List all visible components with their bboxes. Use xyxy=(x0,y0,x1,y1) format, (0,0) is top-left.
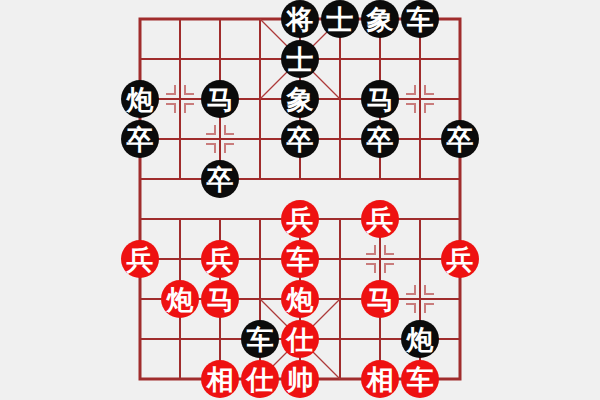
pieces-layer: 将士象车士炮马象马卒卒卒卒卒车炮兵兵兵兵车兵炮马炮马仕相仕帅相车 xyxy=(120,0,480,399)
piece-red-cannon[interactable]: 炮 xyxy=(161,280,199,318)
piece-black-elephant[interactable]: 象 xyxy=(361,0,399,38)
piece-black-chariot[interactable]: 车 xyxy=(241,320,279,358)
piece-red-general[interactable]: 帅 xyxy=(281,360,319,398)
piece-black-horse[interactable]: 马 xyxy=(201,80,239,118)
piece-red-chariot[interactable]: 车 xyxy=(401,360,439,398)
xiangqi-board: 将士象车士炮马象马卒卒卒卒卒车炮兵兵兵兵车兵炮马炮马仕相仕帅相车 xyxy=(0,0,600,400)
piece-black-advisor[interactable]: 士 xyxy=(321,0,359,38)
piece-black-general[interactable]: 将 xyxy=(281,0,319,38)
piece-black-soldier[interactable]: 卒 xyxy=(361,120,399,158)
piece-black-elephant[interactable]: 象 xyxy=(281,80,319,118)
piece-red-soldier[interactable]: 兵 xyxy=(361,200,399,238)
piece-red-horse[interactable]: 马 xyxy=(201,280,239,318)
piece-red-elephant[interactable]: 相 xyxy=(201,360,239,398)
piece-black-cannon[interactable]: 炮 xyxy=(121,80,159,118)
piece-black-soldier[interactable]: 卒 xyxy=(121,120,159,158)
piece-red-chariot[interactable]: 车 xyxy=(281,240,319,278)
piece-black-soldier[interactable]: 卒 xyxy=(441,120,479,158)
piece-black-horse[interactable]: 马 xyxy=(361,80,399,118)
piece-black-chariot[interactable]: 车 xyxy=(401,0,439,38)
piece-red-soldier[interactable]: 兵 xyxy=(201,240,239,278)
piece-red-soldier[interactable]: 兵 xyxy=(121,240,159,278)
piece-red-cannon[interactable]: 炮 xyxy=(281,280,319,318)
piece-black-soldier[interactable]: 卒 xyxy=(281,120,319,158)
piece-red-advisor[interactable]: 仕 xyxy=(281,320,319,358)
piece-red-advisor[interactable]: 仕 xyxy=(241,360,279,398)
piece-black-advisor[interactable]: 士 xyxy=(281,40,319,78)
piece-black-cannon[interactable]: 炮 xyxy=(401,320,439,358)
piece-black-soldier[interactable]: 卒 xyxy=(201,160,239,198)
piece-red-horse[interactable]: 马 xyxy=(361,280,399,318)
piece-red-soldier[interactable]: 兵 xyxy=(281,200,319,238)
piece-red-elephant[interactable]: 相 xyxy=(361,360,399,398)
piece-red-soldier[interactable]: 兵 xyxy=(441,240,479,278)
